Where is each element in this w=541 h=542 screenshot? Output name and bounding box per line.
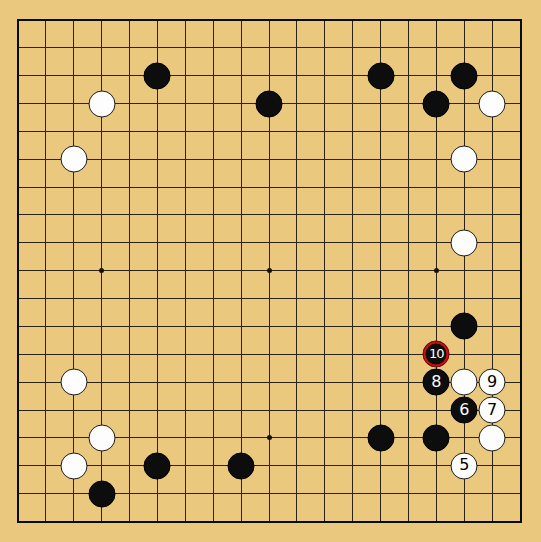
intersection-L1[interactable] bbox=[283, 508, 311, 536]
intersection-N13[interactable] bbox=[339, 173, 367, 201]
intersection-K11[interactable] bbox=[255, 229, 283, 257]
intersection-J16[interactable] bbox=[227, 90, 255, 118]
intersection-C7[interactable] bbox=[60, 340, 88, 368]
intersection-T3[interactable] bbox=[506, 452, 534, 480]
intersection-P8[interactable] bbox=[395, 313, 423, 341]
intersection-A7[interactable] bbox=[4, 340, 32, 368]
intersection-D19[interactable] bbox=[88, 6, 116, 34]
intersection-K5[interactable] bbox=[255, 396, 283, 424]
intersection-P14[interactable] bbox=[395, 145, 423, 173]
intersection-G3[interactable] bbox=[171, 452, 199, 480]
intersection-E19[interactable] bbox=[116, 6, 144, 34]
intersection-M11[interactable] bbox=[311, 229, 339, 257]
intersection-L4[interactable] bbox=[283, 424, 311, 452]
intersection-R5[interactable]: 6 bbox=[450, 396, 478, 424]
intersection-S13[interactable] bbox=[478, 173, 506, 201]
intersection-C12[interactable] bbox=[60, 201, 88, 229]
intersection-T10[interactable] bbox=[506, 257, 534, 285]
intersection-T15[interactable] bbox=[506, 117, 534, 145]
intersection-H11[interactable] bbox=[199, 229, 227, 257]
intersection-C19[interactable] bbox=[60, 6, 88, 34]
intersection-S14[interactable] bbox=[478, 145, 506, 173]
intersection-P19[interactable] bbox=[395, 6, 423, 34]
intersection-E15[interactable] bbox=[116, 117, 144, 145]
intersection-B14[interactable] bbox=[32, 145, 60, 173]
intersection-S7[interactable] bbox=[478, 340, 506, 368]
intersection-P2[interactable] bbox=[395, 480, 423, 508]
intersection-J1[interactable] bbox=[227, 508, 255, 536]
intersection-F6[interactable] bbox=[144, 368, 172, 396]
intersection-C6[interactable] bbox=[60, 368, 88, 396]
intersection-C13[interactable] bbox=[60, 173, 88, 201]
intersection-P18[interactable] bbox=[395, 34, 423, 62]
intersection-P7[interactable] bbox=[395, 340, 423, 368]
intersection-E3[interactable] bbox=[116, 452, 144, 480]
intersection-E8[interactable] bbox=[116, 313, 144, 341]
intersection-R18[interactable] bbox=[450, 34, 478, 62]
intersection-N12[interactable] bbox=[339, 201, 367, 229]
intersection-O1[interactable] bbox=[367, 508, 395, 536]
intersection-M16[interactable] bbox=[311, 90, 339, 118]
intersection-K2[interactable] bbox=[255, 480, 283, 508]
intersection-F11[interactable] bbox=[144, 229, 172, 257]
intersection-Q10[interactable] bbox=[422, 257, 450, 285]
intersection-G16[interactable] bbox=[171, 90, 199, 118]
intersection-K12[interactable] bbox=[255, 201, 283, 229]
intersection-N14[interactable] bbox=[339, 145, 367, 173]
intersection-S9[interactable] bbox=[478, 285, 506, 313]
intersection-R19[interactable] bbox=[450, 6, 478, 34]
intersection-E12[interactable] bbox=[116, 201, 144, 229]
intersection-T8[interactable] bbox=[506, 313, 534, 341]
intersection-P12[interactable] bbox=[395, 201, 423, 229]
intersection-B18[interactable] bbox=[32, 34, 60, 62]
intersection-H1[interactable] bbox=[199, 508, 227, 536]
intersection-D16[interactable] bbox=[88, 90, 116, 118]
intersection-R13[interactable] bbox=[450, 173, 478, 201]
intersection-T6[interactable] bbox=[506, 368, 534, 396]
intersection-G11[interactable] bbox=[171, 229, 199, 257]
intersection-G2[interactable] bbox=[171, 480, 199, 508]
intersection-H3[interactable] bbox=[199, 452, 227, 480]
intersection-K19[interactable] bbox=[255, 6, 283, 34]
intersection-L16[interactable] bbox=[283, 90, 311, 118]
intersection-D18[interactable] bbox=[88, 34, 116, 62]
intersection-R1[interactable] bbox=[450, 508, 478, 536]
intersection-M5[interactable] bbox=[311, 396, 339, 424]
intersection-M14[interactable] bbox=[311, 145, 339, 173]
intersection-F8[interactable] bbox=[144, 313, 172, 341]
intersection-E18[interactable] bbox=[116, 34, 144, 62]
intersection-N6[interactable] bbox=[339, 368, 367, 396]
intersection-M7[interactable] bbox=[311, 340, 339, 368]
intersection-L11[interactable] bbox=[283, 229, 311, 257]
intersection-B8[interactable] bbox=[32, 313, 60, 341]
intersection-N15[interactable] bbox=[339, 117, 367, 145]
intersection-K8[interactable] bbox=[255, 313, 283, 341]
intersection-E17[interactable] bbox=[116, 62, 144, 90]
intersection-G13[interactable] bbox=[171, 173, 199, 201]
intersection-F1[interactable] bbox=[144, 508, 172, 536]
intersection-M9[interactable] bbox=[311, 285, 339, 313]
intersection-Q6[interactable]: 8 bbox=[422, 368, 450, 396]
intersection-H9[interactable] bbox=[199, 285, 227, 313]
intersection-S19[interactable] bbox=[478, 6, 506, 34]
intersection-B15[interactable] bbox=[32, 117, 60, 145]
intersection-B13[interactable] bbox=[32, 173, 60, 201]
intersection-M12[interactable] bbox=[311, 201, 339, 229]
intersection-D6[interactable] bbox=[88, 368, 116, 396]
intersection-J3[interactable] bbox=[227, 452, 255, 480]
intersection-M8[interactable] bbox=[311, 313, 339, 341]
intersection-M1[interactable] bbox=[311, 508, 339, 536]
intersection-C14[interactable] bbox=[60, 145, 88, 173]
intersection-C5[interactable] bbox=[60, 396, 88, 424]
intersection-B11[interactable] bbox=[32, 229, 60, 257]
intersection-O12[interactable] bbox=[367, 201, 395, 229]
intersection-N1[interactable] bbox=[339, 508, 367, 536]
intersection-B9[interactable] bbox=[32, 285, 60, 313]
intersection-J9[interactable] bbox=[227, 285, 255, 313]
intersection-G6[interactable] bbox=[171, 368, 199, 396]
intersection-M2[interactable] bbox=[311, 480, 339, 508]
intersection-H18[interactable] bbox=[199, 34, 227, 62]
intersection-R4[interactable] bbox=[450, 424, 478, 452]
intersection-J7[interactable] bbox=[227, 340, 255, 368]
intersection-J19[interactable] bbox=[227, 6, 255, 34]
intersection-R11[interactable] bbox=[450, 229, 478, 257]
intersection-F9[interactable] bbox=[144, 285, 172, 313]
intersection-F17[interactable] bbox=[144, 62, 172, 90]
intersection-C8[interactable] bbox=[60, 313, 88, 341]
intersection-L10[interactable] bbox=[283, 257, 311, 285]
intersection-S11[interactable] bbox=[478, 229, 506, 257]
intersection-A3[interactable] bbox=[4, 452, 32, 480]
intersection-D4[interactable] bbox=[88, 424, 116, 452]
intersection-P4[interactable] bbox=[395, 424, 423, 452]
intersection-B17[interactable] bbox=[32, 62, 60, 90]
intersection-T12[interactable] bbox=[506, 201, 534, 229]
intersection-D9[interactable] bbox=[88, 285, 116, 313]
intersection-L14[interactable] bbox=[283, 145, 311, 173]
intersection-R17[interactable] bbox=[450, 62, 478, 90]
intersection-H16[interactable] bbox=[199, 90, 227, 118]
intersection-M3[interactable] bbox=[311, 452, 339, 480]
intersection-O19[interactable] bbox=[367, 6, 395, 34]
intersection-G1[interactable] bbox=[171, 508, 199, 536]
intersection-D12[interactable] bbox=[88, 201, 116, 229]
intersection-E7[interactable] bbox=[116, 340, 144, 368]
intersection-A1[interactable] bbox=[4, 508, 32, 536]
intersection-T7[interactable] bbox=[506, 340, 534, 368]
intersection-N11[interactable] bbox=[339, 229, 367, 257]
intersection-B12[interactable] bbox=[32, 201, 60, 229]
intersection-L5[interactable] bbox=[283, 396, 311, 424]
intersection-S5[interactable]: 7 bbox=[478, 396, 506, 424]
intersection-L12[interactable] bbox=[283, 201, 311, 229]
intersection-Q16[interactable] bbox=[422, 90, 450, 118]
intersection-S18[interactable] bbox=[478, 34, 506, 62]
intersection-C1[interactable] bbox=[60, 508, 88, 536]
intersection-H4[interactable] bbox=[199, 424, 227, 452]
intersection-J17[interactable] bbox=[227, 62, 255, 90]
intersection-A9[interactable] bbox=[4, 285, 32, 313]
intersection-B6[interactable] bbox=[32, 368, 60, 396]
intersection-D5[interactable] bbox=[88, 396, 116, 424]
intersection-R16[interactable] bbox=[450, 90, 478, 118]
intersection-A8[interactable] bbox=[4, 313, 32, 341]
intersection-J4[interactable] bbox=[227, 424, 255, 452]
intersection-K17[interactable] bbox=[255, 62, 283, 90]
intersection-N7[interactable] bbox=[339, 340, 367, 368]
intersection-C15[interactable] bbox=[60, 117, 88, 145]
intersection-E6[interactable] bbox=[116, 368, 144, 396]
intersection-F10[interactable] bbox=[144, 257, 172, 285]
intersection-F18[interactable] bbox=[144, 34, 172, 62]
intersection-Q9[interactable] bbox=[422, 285, 450, 313]
intersection-F14[interactable] bbox=[144, 145, 172, 173]
intersection-S12[interactable] bbox=[478, 201, 506, 229]
intersection-L7[interactable] bbox=[283, 340, 311, 368]
intersection-N17[interactable] bbox=[339, 62, 367, 90]
intersection-G7[interactable] bbox=[171, 340, 199, 368]
intersection-H12[interactable] bbox=[199, 201, 227, 229]
intersection-A4[interactable] bbox=[4, 424, 32, 452]
intersection-O5[interactable] bbox=[367, 396, 395, 424]
intersection-O3[interactable] bbox=[367, 452, 395, 480]
intersection-Q11[interactable] bbox=[422, 229, 450, 257]
intersection-A11[interactable] bbox=[4, 229, 32, 257]
intersection-N5[interactable] bbox=[339, 396, 367, 424]
intersection-H10[interactable] bbox=[199, 257, 227, 285]
intersection-R14[interactable] bbox=[450, 145, 478, 173]
intersection-E5[interactable] bbox=[116, 396, 144, 424]
intersection-G18[interactable] bbox=[171, 34, 199, 62]
intersection-P16[interactable] bbox=[395, 90, 423, 118]
intersection-C4[interactable] bbox=[60, 424, 88, 452]
intersection-J12[interactable] bbox=[227, 201, 255, 229]
intersection-C10[interactable] bbox=[60, 257, 88, 285]
intersection-O17[interactable] bbox=[367, 62, 395, 90]
intersection-H8[interactable] bbox=[199, 313, 227, 341]
intersection-S1[interactable] bbox=[478, 508, 506, 536]
intersection-Q13[interactable] bbox=[422, 173, 450, 201]
intersection-C2[interactable] bbox=[60, 480, 88, 508]
intersection-Q12[interactable] bbox=[422, 201, 450, 229]
intersection-R2[interactable] bbox=[450, 480, 478, 508]
intersection-R3[interactable]: 5 bbox=[450, 452, 478, 480]
intersection-L18[interactable] bbox=[283, 34, 311, 62]
intersection-S4[interactable] bbox=[478, 424, 506, 452]
intersection-F4[interactable] bbox=[144, 424, 172, 452]
intersection-O10[interactable] bbox=[367, 257, 395, 285]
intersection-H17[interactable] bbox=[199, 62, 227, 90]
intersection-G8[interactable] bbox=[171, 313, 199, 341]
intersection-A14[interactable] bbox=[4, 145, 32, 173]
intersection-K10[interactable] bbox=[255, 257, 283, 285]
intersection-G10[interactable] bbox=[171, 257, 199, 285]
intersection-O6[interactable] bbox=[367, 368, 395, 396]
intersection-A13[interactable] bbox=[4, 173, 32, 201]
intersection-P15[interactable] bbox=[395, 117, 423, 145]
intersection-K1[interactable] bbox=[255, 508, 283, 536]
intersection-K6[interactable] bbox=[255, 368, 283, 396]
intersection-A6[interactable] bbox=[4, 368, 32, 396]
intersection-N4[interactable] bbox=[339, 424, 367, 452]
intersection-J8[interactable] bbox=[227, 313, 255, 341]
intersection-T14[interactable] bbox=[506, 145, 534, 173]
intersection-C9[interactable] bbox=[60, 285, 88, 313]
intersection-G9[interactable] bbox=[171, 285, 199, 313]
intersection-O14[interactable] bbox=[367, 145, 395, 173]
intersection-P1[interactable] bbox=[395, 508, 423, 536]
intersection-Q5[interactable] bbox=[422, 396, 450, 424]
intersection-S8[interactable] bbox=[478, 313, 506, 341]
intersection-B3[interactable] bbox=[32, 452, 60, 480]
intersection-G17[interactable] bbox=[171, 62, 199, 90]
intersection-C16[interactable] bbox=[60, 90, 88, 118]
intersection-A19[interactable] bbox=[4, 6, 32, 34]
intersection-D1[interactable] bbox=[88, 508, 116, 536]
intersection-B16[interactable] bbox=[32, 90, 60, 118]
intersection-O13[interactable] bbox=[367, 173, 395, 201]
intersection-S2[interactable] bbox=[478, 480, 506, 508]
intersection-F13[interactable] bbox=[144, 173, 172, 201]
intersection-B4[interactable] bbox=[32, 424, 60, 452]
intersection-H2[interactable] bbox=[199, 480, 227, 508]
intersection-E10[interactable] bbox=[116, 257, 144, 285]
intersection-E2[interactable] bbox=[116, 480, 144, 508]
intersection-G15[interactable] bbox=[171, 117, 199, 145]
intersection-T19[interactable] bbox=[506, 6, 534, 34]
intersection-C11[interactable] bbox=[60, 229, 88, 257]
intersection-M13[interactable] bbox=[311, 173, 339, 201]
intersection-O15[interactable] bbox=[367, 117, 395, 145]
intersection-G12[interactable] bbox=[171, 201, 199, 229]
intersection-D8[interactable] bbox=[88, 313, 116, 341]
intersection-F15[interactable] bbox=[144, 117, 172, 145]
intersection-E4[interactable] bbox=[116, 424, 144, 452]
intersection-M4[interactable] bbox=[311, 424, 339, 452]
intersection-F3[interactable] bbox=[144, 452, 172, 480]
intersection-K13[interactable] bbox=[255, 173, 283, 201]
intersection-T11[interactable] bbox=[506, 229, 534, 257]
intersection-P6[interactable] bbox=[395, 368, 423, 396]
intersection-H19[interactable] bbox=[199, 6, 227, 34]
intersection-T18[interactable] bbox=[506, 34, 534, 62]
intersection-E11[interactable] bbox=[116, 229, 144, 257]
intersection-O4[interactable] bbox=[367, 424, 395, 452]
intersection-P9[interactable] bbox=[395, 285, 423, 313]
intersection-Q3[interactable] bbox=[422, 452, 450, 480]
intersection-B1[interactable] bbox=[32, 508, 60, 536]
intersection-Q7[interactable]: 10 bbox=[422, 340, 450, 368]
intersection-F16[interactable] bbox=[144, 90, 172, 118]
intersection-F2[interactable] bbox=[144, 480, 172, 508]
intersection-F5[interactable] bbox=[144, 396, 172, 424]
intersection-Q15[interactable] bbox=[422, 117, 450, 145]
intersection-O8[interactable] bbox=[367, 313, 395, 341]
intersection-A10[interactable] bbox=[4, 257, 32, 285]
intersection-P17[interactable] bbox=[395, 62, 423, 90]
intersection-H7[interactable] bbox=[199, 340, 227, 368]
intersection-B7[interactable] bbox=[32, 340, 60, 368]
intersection-N2[interactable] bbox=[339, 480, 367, 508]
intersection-Q17[interactable] bbox=[422, 62, 450, 90]
intersection-E14[interactable] bbox=[116, 145, 144, 173]
intersection-C3[interactable] bbox=[60, 452, 88, 480]
intersection-J13[interactable] bbox=[227, 173, 255, 201]
intersection-R9[interactable] bbox=[450, 285, 478, 313]
intersection-N3[interactable] bbox=[339, 452, 367, 480]
intersection-T17[interactable] bbox=[506, 62, 534, 90]
intersection-S15[interactable] bbox=[478, 117, 506, 145]
intersection-L2[interactable] bbox=[283, 480, 311, 508]
intersection-S6[interactable]: 9 bbox=[478, 368, 506, 396]
intersection-J10[interactable] bbox=[227, 257, 255, 285]
intersection-D11[interactable] bbox=[88, 229, 116, 257]
intersection-A5[interactable] bbox=[4, 396, 32, 424]
intersection-D10[interactable] bbox=[88, 257, 116, 285]
intersection-K14[interactable] bbox=[255, 145, 283, 173]
intersection-S10[interactable] bbox=[478, 257, 506, 285]
intersection-K3[interactable] bbox=[255, 452, 283, 480]
intersection-B2[interactable] bbox=[32, 480, 60, 508]
intersection-S3[interactable] bbox=[478, 452, 506, 480]
intersection-Q14[interactable] bbox=[422, 145, 450, 173]
intersection-A18[interactable] bbox=[4, 34, 32, 62]
intersection-Q4[interactable] bbox=[422, 424, 450, 452]
intersection-H14[interactable] bbox=[199, 145, 227, 173]
intersection-M19[interactable] bbox=[311, 6, 339, 34]
intersection-P5[interactable] bbox=[395, 396, 423, 424]
intersection-K15[interactable] bbox=[255, 117, 283, 145]
intersection-A12[interactable] bbox=[4, 201, 32, 229]
intersection-Q1[interactable] bbox=[422, 508, 450, 536]
intersection-C17[interactable] bbox=[60, 62, 88, 90]
intersection-N16[interactable] bbox=[339, 90, 367, 118]
intersection-J14[interactable] bbox=[227, 145, 255, 173]
intersection-K16[interactable] bbox=[255, 90, 283, 118]
intersection-F19[interactable] bbox=[144, 6, 172, 34]
intersection-B5[interactable] bbox=[32, 396, 60, 424]
intersection-J11[interactable] bbox=[227, 229, 255, 257]
intersection-H15[interactable] bbox=[199, 117, 227, 145]
intersection-E9[interactable] bbox=[116, 285, 144, 313]
intersection-N19[interactable] bbox=[339, 6, 367, 34]
intersection-R6[interactable] bbox=[450, 368, 478, 396]
intersection-O9[interactable] bbox=[367, 285, 395, 313]
intersection-N9[interactable] bbox=[339, 285, 367, 313]
intersection-T5[interactable] bbox=[506, 396, 534, 424]
intersection-H6[interactable] bbox=[199, 368, 227, 396]
intersection-K4[interactable] bbox=[255, 424, 283, 452]
intersection-Q2[interactable] bbox=[422, 480, 450, 508]
intersection-L6[interactable] bbox=[283, 368, 311, 396]
intersection-P11[interactable] bbox=[395, 229, 423, 257]
intersection-E1[interactable] bbox=[116, 508, 144, 536]
intersection-H13[interactable] bbox=[199, 173, 227, 201]
intersection-F12[interactable] bbox=[144, 201, 172, 229]
intersection-A17[interactable] bbox=[4, 62, 32, 90]
intersection-Q19[interactable] bbox=[422, 6, 450, 34]
intersection-N10[interactable] bbox=[339, 257, 367, 285]
intersection-M17[interactable] bbox=[311, 62, 339, 90]
intersection-F7[interactable] bbox=[144, 340, 172, 368]
intersection-K18[interactable] bbox=[255, 34, 283, 62]
intersection-M18[interactable] bbox=[311, 34, 339, 62]
intersection-D7[interactable] bbox=[88, 340, 116, 368]
